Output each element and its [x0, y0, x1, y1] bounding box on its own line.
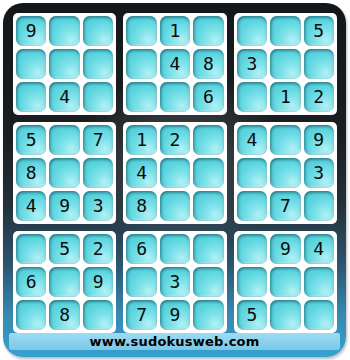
- cell-r1c1[interactable]: 9: [16, 16, 46, 46]
- cell-r4c6[interactable]: [193, 125, 223, 155]
- cell-r6c4[interactable]: 8: [126, 191, 156, 221]
- cell-r3c3[interactable]: [83, 82, 113, 112]
- cell-r4c8[interactable]: [270, 125, 300, 155]
- cell-r2c8[interactable]: [270, 49, 300, 79]
- cell-r7c9[interactable]: 4: [304, 234, 334, 264]
- cell-r3c9[interactable]: 2: [304, 82, 334, 112]
- cell-r8c1[interactable]: 6: [16, 267, 46, 297]
- box-6: 4937: [234, 122, 337, 224]
- box-5: 1248: [123, 122, 226, 224]
- cell-r8c6[interactable]: [193, 267, 223, 297]
- board-frame: 941486531257849312484937526986379945 www…: [3, 3, 346, 357]
- box-8: 6379: [123, 231, 226, 333]
- cell-r1c7[interactable]: [237, 16, 267, 46]
- cell-r6c2[interactable]: 9: [49, 191, 79, 221]
- box-9: 945: [234, 231, 337, 333]
- cell-r9c1[interactable]: [16, 300, 46, 330]
- cell-r3c1[interactable]: [16, 82, 46, 112]
- cell-r2c1[interactable]: [16, 49, 46, 79]
- cell-r8c2[interactable]: [49, 267, 79, 297]
- cell-r6c8[interactable]: 7: [270, 191, 300, 221]
- cell-r4c4[interactable]: 1: [126, 125, 156, 155]
- cell-r1c6[interactable]: [193, 16, 223, 46]
- box-1: 94: [13, 13, 116, 115]
- cell-r2c5[interactable]: 4: [160, 49, 190, 79]
- cell-r8c5[interactable]: 3: [160, 267, 190, 297]
- cell-r4c7[interactable]: 4: [237, 125, 267, 155]
- cell-r5c1[interactable]: 8: [16, 158, 46, 188]
- cell-r2c6[interactable]: 8: [193, 49, 223, 79]
- cell-r7c8[interactable]: 9: [270, 234, 300, 264]
- cell-r1c2[interactable]: [49, 16, 79, 46]
- cell-r3c8[interactable]: 1: [270, 82, 300, 112]
- cell-r3c2[interactable]: 4: [49, 82, 79, 112]
- cell-r5c5[interactable]: [160, 158, 190, 188]
- cell-r6c1[interactable]: 4: [16, 191, 46, 221]
- cell-r4c2[interactable]: [49, 125, 79, 155]
- cell-r9c8[interactable]: [270, 300, 300, 330]
- cell-r6c7[interactable]: [237, 191, 267, 221]
- cell-r5c3[interactable]: [83, 158, 113, 188]
- cell-r1c8[interactable]: [270, 16, 300, 46]
- cell-r4c3[interactable]: 7: [83, 125, 113, 155]
- cell-r8c3[interactable]: 9: [83, 267, 113, 297]
- cell-r5c9[interactable]: 3: [304, 158, 334, 188]
- cell-r1c5[interactable]: 1: [160, 16, 190, 46]
- cell-r3c6[interactable]: 6: [193, 82, 223, 112]
- sudoku-board: 941486531257849312484937526986379945: [13, 13, 337, 333]
- cell-r9c6[interactable]: [193, 300, 223, 330]
- footer-band: www.sudokusweb.com: [9, 333, 340, 350]
- cell-r2c2[interactable]: [49, 49, 79, 79]
- cell-r2c3[interactable]: [83, 49, 113, 79]
- cell-r1c4[interactable]: [126, 16, 156, 46]
- cell-r7c6[interactable]: [193, 234, 223, 264]
- box-7: 52698: [13, 231, 116, 333]
- cell-r2c4[interactable]: [126, 49, 156, 79]
- cell-r7c2[interactable]: 5: [49, 234, 79, 264]
- cell-r3c7[interactable]: [237, 82, 267, 112]
- cell-r9c3[interactable]: [83, 300, 113, 330]
- cell-r8c9[interactable]: [304, 267, 334, 297]
- cell-r2c7[interactable]: 3: [237, 49, 267, 79]
- cell-r5c4[interactable]: 4: [126, 158, 156, 188]
- site-url: www.sudokusweb.com: [90, 334, 260, 349]
- cell-r3c4[interactable]: [126, 82, 156, 112]
- cell-r8c8[interactable]: [270, 267, 300, 297]
- box-4: 578493: [13, 122, 116, 224]
- cell-r5c2[interactable]: [49, 158, 79, 188]
- cell-r9c2[interactable]: 8: [49, 300, 79, 330]
- cell-r6c5[interactable]: [160, 191, 190, 221]
- cell-r1c9[interactable]: 5: [304, 16, 334, 46]
- cell-r6c9[interactable]: [304, 191, 334, 221]
- cell-r6c6[interactable]: [193, 191, 223, 221]
- cell-r9c5[interactable]: 9: [160, 300, 190, 330]
- cell-r4c1[interactable]: 5: [16, 125, 46, 155]
- cell-r3c5[interactable]: [160, 82, 190, 112]
- cell-r7c5[interactable]: [160, 234, 190, 264]
- cell-r9c9[interactable]: [304, 300, 334, 330]
- cell-r5c6[interactable]: [193, 158, 223, 188]
- cell-r1c3[interactable]: [83, 16, 113, 46]
- cell-r4c5[interactable]: 2: [160, 125, 190, 155]
- cell-r7c4[interactable]: 6: [126, 234, 156, 264]
- cell-r7c3[interactable]: 2: [83, 234, 113, 264]
- sudoku-page: 941486531257849312484937526986379945 www…: [0, 0, 350, 360]
- box-3: 5312: [234, 13, 337, 115]
- cell-r8c7[interactable]: [237, 267, 267, 297]
- cell-r8c4[interactable]: [126, 267, 156, 297]
- cell-r2c9[interactable]: [304, 49, 334, 79]
- cell-r7c7[interactable]: [237, 234, 267, 264]
- cell-r7c1[interactable]: [16, 234, 46, 264]
- cell-r6c3[interactable]: 3: [83, 191, 113, 221]
- cell-r5c7[interactable]: [237, 158, 267, 188]
- cell-r4c9[interactable]: 9: [304, 125, 334, 155]
- cell-r5c8[interactable]: [270, 158, 300, 188]
- cell-r9c7[interactable]: 5: [237, 300, 267, 330]
- box-2: 1486: [123, 13, 226, 115]
- cell-r9c4[interactable]: 7: [126, 300, 156, 330]
